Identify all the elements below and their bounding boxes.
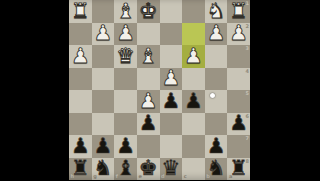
square-b6[interactable]	[205, 113, 228, 136]
square-f5[interactable]	[114, 90, 137, 113]
square-e1[interactable]: ♚	[137, 0, 160, 23]
piece-wP-f2[interactable]: ♟	[114, 23, 137, 46]
rank-label-7: 7	[246, 136, 249, 141]
piece-wQ-f3[interactable]: ♛	[114, 45, 137, 68]
square-g7[interactable]: ♟	[92, 135, 115, 158]
square-e7[interactable]	[137, 135, 160, 158]
square-g6[interactable]	[92, 113, 115, 136]
square-h6[interactable]	[69, 113, 92, 136]
square-b5[interactable]	[205, 90, 228, 113]
square-c1[interactable]	[182, 0, 205, 23]
square-a7[interactable]: 7	[227, 135, 250, 158]
piece-bP-b7[interactable]: ♟	[205, 135, 228, 158]
file-label-c: c	[184, 174, 187, 179]
piece-bP-f7[interactable]: ♟	[114, 135, 137, 158]
square-e2[interactable]	[137, 23, 160, 46]
piece-bP-g7[interactable]: ♟	[92, 135, 115, 158]
square-a5[interactable]: 5	[227, 90, 250, 113]
piece-bP-a6[interactable]: ♟	[227, 113, 250, 136]
square-h4[interactable]	[69, 68, 92, 91]
piece-wB-f1[interactable]: ♝	[114, 0, 137, 23]
square-a2[interactable]: ♟2	[227, 23, 250, 46]
piece-wP-e5[interactable]: ♟	[137, 90, 160, 113]
square-d7[interactable]	[160, 135, 183, 158]
square-d6[interactable]	[160, 113, 183, 136]
square-e3[interactable]: ♝	[137, 45, 160, 68]
piece-bR-h8[interactable]: ♜	[69, 158, 92, 181]
piece-bP-d5[interactable]: ♟	[160, 90, 183, 113]
square-e5[interactable]: ♟	[137, 90, 160, 113]
square-d3[interactable]	[160, 45, 183, 68]
piece-wR-a1[interactable]: ♜	[227, 0, 250, 23]
square-f7[interactable]: ♟	[114, 135, 137, 158]
rank-label-4: 4	[246, 69, 249, 74]
piece-bP-h7[interactable]: ♟	[69, 135, 92, 158]
square-b8[interactable]: ♞b	[205, 158, 228, 181]
square-d2[interactable]	[160, 23, 183, 46]
square-h3[interactable]: ♟	[69, 45, 92, 68]
piece-bN-b8[interactable]: ♞	[205, 158, 228, 181]
chess-board: ♜♝♚♞♜1♟♟♟♟2♟♛♝♟3♟4♟♟♟5♟♟6♟♟♟♟7♜h♞g♝f♚e♛d…	[69, 0, 250, 180]
square-g3[interactable]	[92, 45, 115, 68]
piece-wN-b1[interactable]: ♞	[205, 0, 228, 23]
cursor-dot	[210, 93, 215, 98]
square-a4[interactable]: 4	[227, 68, 250, 91]
square-b3[interactable]	[205, 45, 228, 68]
square-h5[interactable]	[69, 90, 92, 113]
square-d1[interactable]	[160, 0, 183, 23]
square-h1[interactable]: ♜	[69, 0, 92, 23]
piece-wP-c3[interactable]: ♟	[182, 45, 205, 68]
square-d4[interactable]: ♟	[160, 68, 183, 91]
square-b1[interactable]: ♞	[205, 0, 228, 23]
square-c2[interactable]	[182, 23, 205, 46]
square-a6[interactable]: ♟6	[227, 113, 250, 136]
piece-wP-g2[interactable]: ♟	[92, 23, 115, 46]
square-f8[interactable]: ♝f	[114, 158, 137, 181]
piece-wK-e1[interactable]: ♚	[137, 0, 160, 23]
square-g4[interactable]	[92, 68, 115, 91]
square-a1[interactable]: ♜1	[227, 0, 250, 23]
video-frame: ♜♝♚♞♜1♟♟♟♟2♟♛♝♟3♟4♟♟♟5♟♟6♟♟♟♟7♜h♞g♝f♚e♛d…	[0, 0, 320, 180]
piece-bP-c5[interactable]: ♟	[182, 90, 205, 113]
square-b7[interactable]: ♟	[205, 135, 228, 158]
piece-wP-b2[interactable]: ♟	[205, 23, 228, 46]
square-f6[interactable]	[114, 113, 137, 136]
square-c6[interactable]	[182, 113, 205, 136]
square-e6[interactable]: ♟	[137, 113, 160, 136]
square-e8[interactable]: ♚e	[137, 158, 160, 181]
piece-wP-d4[interactable]: ♟	[160, 68, 183, 91]
square-a8[interactable]: ♜8a	[227, 158, 250, 181]
square-f4[interactable]	[114, 68, 137, 91]
piece-wP-h3[interactable]: ♟	[69, 45, 92, 68]
square-c4[interactable]	[182, 68, 205, 91]
square-c7[interactable]	[182, 135, 205, 158]
square-b4[interactable]	[205, 68, 228, 91]
piece-wR-h1[interactable]: ♜	[69, 0, 92, 23]
square-c3[interactable]: ♟	[182, 45, 205, 68]
piece-bN-g8[interactable]: ♞	[92, 158, 115, 181]
square-d5[interactable]: ♟	[160, 90, 183, 113]
square-h8[interactable]: ♜h	[69, 158, 92, 181]
square-e4[interactable]	[137, 68, 160, 91]
rank-label-3: 3	[246, 46, 249, 51]
square-h2[interactable]	[69, 23, 92, 46]
square-f1[interactable]: ♝	[114, 0, 137, 23]
piece-wB-e3[interactable]: ♝	[137, 45, 160, 68]
square-h7[interactable]: ♟	[69, 135, 92, 158]
square-g5[interactable]	[92, 90, 115, 113]
piece-bB-f8[interactable]: ♝	[114, 158, 137, 181]
square-f2[interactable]: ♟	[114, 23, 137, 46]
square-g2[interactable]: ♟	[92, 23, 115, 46]
square-g8[interactable]: ♞g	[92, 158, 115, 181]
square-a3[interactable]: 3	[227, 45, 250, 68]
square-c5[interactable]: ♟	[182, 90, 205, 113]
rank-label-5: 5	[246, 91, 249, 96]
piece-bK-e8[interactable]: ♚	[137, 158, 160, 181]
piece-bQ-d8[interactable]: ♛	[160, 158, 183, 181]
square-g1[interactable]	[92, 0, 115, 23]
piece-bP-e6[interactable]: ♟	[137, 113, 160, 136]
square-c8[interactable]: c	[182, 158, 205, 181]
piece-bR-a8[interactable]: ♜	[227, 158, 250, 181]
piece-wP-a2[interactable]: ♟	[227, 23, 250, 46]
square-b2[interactable]: ♟	[205, 23, 228, 46]
square-d8[interactable]: ♛d	[160, 158, 183, 181]
square-f3[interactable]: ♛	[114, 45, 137, 68]
